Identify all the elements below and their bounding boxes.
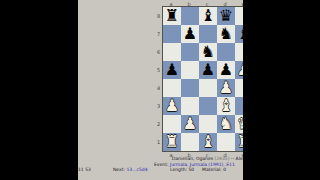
white-player-elo: (2435) (214, 156, 229, 161)
square-c2[interactable] (199, 115, 217, 133)
rank-label-left-4: 4 (156, 79, 161, 97)
white-pawn: ♟ (165, 97, 179, 115)
square-c3[interactable] (199, 97, 217, 115)
square-b6[interactable] (181, 43, 199, 61)
black-rook: ♜ (165, 7, 179, 25)
event-value[interactable]: Jurmala, Jurmala (1991), E11 (170, 162, 235, 167)
length-label: Length: (170, 167, 187, 172)
black-knight: ♞ (219, 25, 233, 43)
square-b1[interactable] (181, 133, 199, 151)
square-d4[interactable]: ♟ (217, 79, 235, 97)
info-left: 11 53 (78, 167, 91, 172)
square-a6[interactable] (163, 43, 181, 61)
rank-label-left-1: 1 (156, 133, 161, 151)
white-player-name: Danielian, Oganes (172, 156, 213, 161)
square-b3[interactable] (181, 97, 199, 115)
white-bishop: ♝ (201, 133, 215, 151)
square-b4[interactable] (181, 79, 199, 97)
square-d1[interactable] (217, 133, 235, 151)
square-a1[interactable]: ♜ (163, 133, 181, 151)
square-c6[interactable]: ♞ (199, 43, 217, 61)
rank-label-left-7: 7 (156, 25, 161, 43)
square-d3[interactable]: ♝ (217, 97, 235, 115)
square-d7[interactable]: ♞ (217, 25, 235, 43)
white-knight: ♞ (219, 115, 233, 133)
square-b7[interactable]: ♟ (181, 25, 199, 43)
black-pawn: ♟ (201, 61, 215, 79)
rank-label-left-8: 8 (156, 7, 161, 25)
square-c8[interactable]: ♝ (199, 7, 217, 25)
rank-label-left-3: 3 (156, 97, 161, 115)
square-d6[interactable] (217, 43, 235, 61)
next-move-group: Next: 13...c5d4 (113, 167, 148, 172)
white-bishop: ♝ (219, 97, 233, 115)
square-a8[interactable]: ♜ (163, 7, 181, 25)
square-b2[interactable]: ♟ (181, 115, 199, 133)
material-value: 0 (223, 167, 226, 172)
square-d5[interactable]: ♟ (217, 61, 235, 79)
letterbox-left (0, 0, 78, 180)
square-a7[interactable] (163, 25, 181, 43)
material-label: Material: (202, 167, 222, 172)
chess-gui-frame: aabbccddeeffgghh8877665544332211 ♜♝♛♜♚♟♞… (78, 0, 243, 180)
square-c7[interactable] (199, 25, 217, 43)
black-pawn: ♟ (219, 61, 233, 79)
rank-label-left-5: 5 (156, 61, 161, 79)
event-line: Event: Jurmala, Jurmala (1991), E11 (154, 162, 235, 167)
square-a4[interactable] (163, 79, 181, 97)
rank-label-left-2: 2 (156, 115, 161, 133)
event-label: Event: (154, 162, 168, 167)
square-b8[interactable] (181, 7, 199, 25)
square-d2[interactable]: ♞ (217, 115, 235, 133)
square-c4[interactable] (199, 79, 217, 97)
players-separator: -- (231, 156, 234, 161)
square-d8[interactable]: ♛ (217, 7, 235, 25)
square-c5[interactable]: ♟ (199, 61, 217, 79)
black-pawn: ♟ (183, 25, 197, 43)
next-move-value[interactable]: 13...c5d4 (126, 167, 147, 172)
square-a2[interactable] (163, 115, 181, 133)
square-b5[interactable] (181, 61, 199, 79)
white-pawn: ♟ (183, 115, 197, 133)
length-value: 50 (188, 167, 194, 172)
square-a3[interactable]: ♟ (163, 97, 181, 115)
next-label: Next: (113, 167, 125, 172)
square-a5[interactable]: ♟ (163, 61, 181, 79)
square-c1[interactable]: ♝ (199, 133, 217, 151)
white-pawn: ♟ (219, 79, 233, 97)
rank-label-left-6: 6 (156, 43, 161, 61)
black-queen: ♛ (219, 7, 233, 25)
black-pawn: ♟ (165, 61, 179, 79)
length-group: Length: 50 (170, 167, 194, 172)
black-bishop: ♝ (201, 7, 215, 25)
letterbox-right (243, 0, 320, 180)
white-rook: ♜ (165, 133, 179, 151)
black-knight: ♞ (201, 43, 215, 61)
material-group: Material: 0 (202, 167, 226, 172)
